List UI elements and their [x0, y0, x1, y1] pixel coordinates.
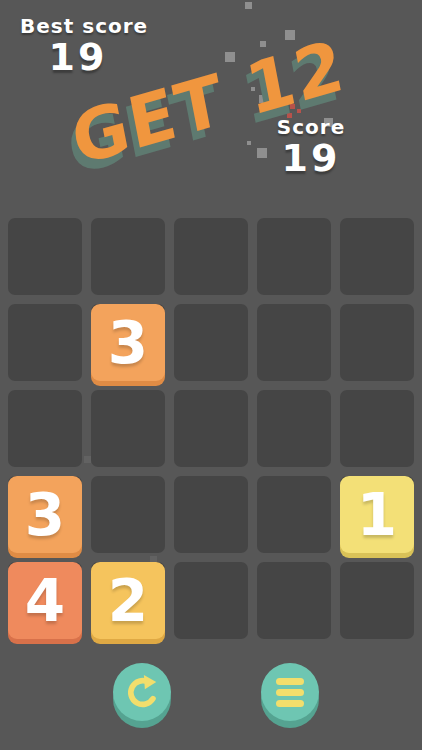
tile-1[interactable]: 1: [340, 476, 414, 553]
board-cell-r3c4[interactable]: [257, 390, 331, 467]
board-cell-r2c5[interactable]: [340, 304, 414, 381]
score-value: 19: [268, 139, 354, 179]
game-screen: Best score 19 GET 12 Score 19 33142: [0, 0, 422, 750]
board-cell-r2c1[interactable]: [8, 304, 82, 381]
restart-icon: [123, 673, 161, 711]
tile-2[interactable]: 2: [91, 562, 165, 639]
board-cell-r3c5[interactable]: [340, 390, 414, 467]
current-score-block: Score 19: [268, 115, 354, 179]
board-cell-r2c4[interactable]: [257, 304, 331, 381]
tile-4[interactable]: 4: [8, 562, 82, 639]
board-cell-r1c2[interactable]: [91, 218, 165, 295]
menu-icon: [276, 678, 304, 707]
board-cell-r1c4[interactable]: [257, 218, 331, 295]
board-cell-r3c1[interactable]: [8, 390, 82, 467]
board-cell-r4c4[interactable]: [257, 476, 331, 553]
board-cell-r3c2[interactable]: [91, 390, 165, 467]
board-cell-r1c1[interactable]: [8, 218, 82, 295]
particle-gray: [247, 141, 251, 145]
menu-button[interactable]: [261, 663, 319, 721]
board-cell-r2c3[interactable]: [174, 304, 248, 381]
tile-3[interactable]: 3: [8, 476, 82, 553]
board-cell-r5c3[interactable]: [174, 562, 248, 639]
board-cell-r4c2[interactable]: [91, 476, 165, 553]
board-cell-r3c3[interactable]: [174, 390, 248, 467]
board-cell-r1c5[interactable]: [340, 218, 414, 295]
best-score-value: 19: [20, 38, 136, 78]
board-cell-r4c3[interactable]: [174, 476, 248, 553]
particle-gray: [257, 148, 267, 158]
particle-gray: [245, 2, 252, 9]
restart-button[interactable]: [113, 663, 171, 721]
board-cell-r5c5[interactable]: [340, 562, 414, 639]
board: 33142: [8, 218, 414, 639]
board-cell-r5c4[interactable]: [257, 562, 331, 639]
tile-3[interactable]: 3: [91, 304, 165, 381]
best-score-block: Best score 19: [20, 14, 136, 78]
board-cell-r1c3[interactable]: [174, 218, 248, 295]
